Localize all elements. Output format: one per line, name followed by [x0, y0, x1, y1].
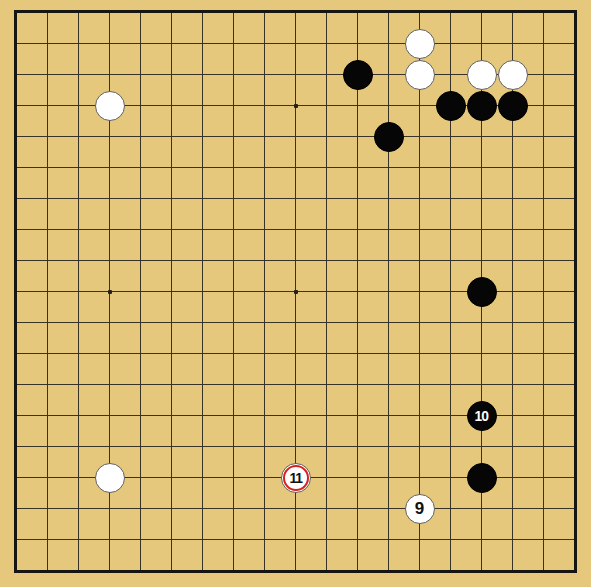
black-stone[interactable] [436, 91, 466, 121]
move-number: 11 [289, 470, 301, 485]
white-stone[interactable] [467, 60, 497, 90]
white-stone[interactable]: 9 [405, 494, 435, 524]
move-number: 10 [475, 408, 488, 423]
black-stone[interactable]: 10 [467, 401, 497, 431]
black-stone[interactable] [467, 463, 497, 493]
white-stone[interactable] [95, 463, 125, 493]
white-stone[interactable] [405, 29, 435, 59]
move-number: 9 [415, 500, 424, 517]
white-stone[interactable]: 11 [281, 463, 311, 493]
black-stone[interactable] [374, 122, 404, 152]
black-stone[interactable] [467, 91, 497, 121]
go-board[interactable]: 10119 [0, 0, 591, 587]
stones-layer: 10119 [1, 0, 590, 586]
black-stone[interactable] [467, 277, 497, 307]
white-stone[interactable] [405, 60, 435, 90]
white-stone[interactable] [498, 60, 528, 90]
black-stone[interactable] [498, 91, 528, 121]
white-stone[interactable] [95, 91, 125, 121]
black-stone[interactable] [343, 60, 373, 90]
